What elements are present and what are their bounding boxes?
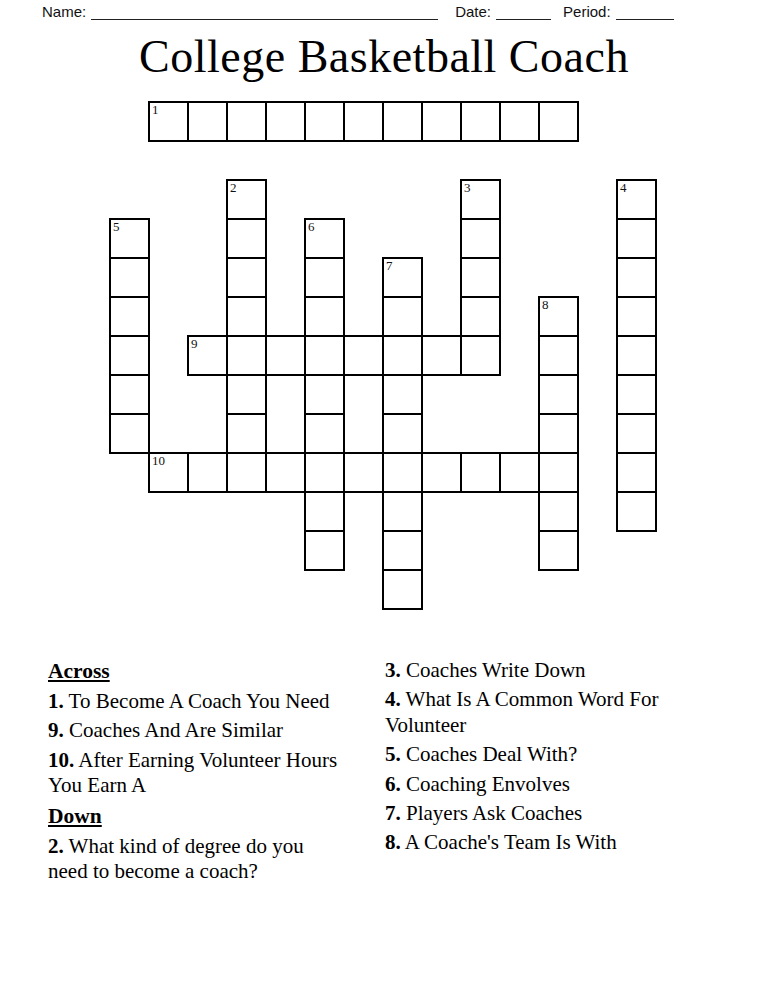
grid-cell-r6c2[interactable]: 9 bbox=[188, 336, 227, 375]
name-blank-line[interactable] bbox=[91, 4, 438, 20]
cell-number-4: 4 bbox=[620, 180, 627, 195]
cell-number-10: 10 bbox=[152, 453, 165, 468]
grid-cell-r8c11[interactable] bbox=[539, 414, 578, 453]
clue-number-label: 8. bbox=[385, 830, 401, 854]
grid-cell-r4c5[interactable] bbox=[305, 258, 344, 297]
grid-cell-r5c9[interactable] bbox=[461, 297, 500, 336]
grid-cell-r5c11[interactable]: 8 bbox=[539, 297, 578, 336]
cell-number-6: 6 bbox=[308, 219, 315, 234]
grid-cell-r9c10[interactable] bbox=[500, 453, 539, 492]
across-clues-list: 1. To Become A Coach You Need9. Coaches … bbox=[48, 689, 346, 799]
grid-cell-r6c7[interactable] bbox=[383, 336, 422, 375]
grid-cell-r5c0[interactable] bbox=[110, 297, 149, 336]
date-label: Date: bbox=[455, 3, 491, 20]
grid-cell-r7c7[interactable] bbox=[383, 375, 422, 414]
cell-number-9: 9 bbox=[191, 336, 198, 351]
grid-cell-r0c6[interactable] bbox=[344, 102, 383, 141]
clue-down-8: 8. A Coache's Team Is With bbox=[385, 830, 661, 855]
down-heading: Down bbox=[48, 803, 346, 829]
grid-cell-r9c1[interactable]: 10 bbox=[149, 453, 188, 492]
grid-cell-r5c13[interactable] bbox=[617, 297, 656, 336]
clue-across-1: 1. To Become A Coach You Need bbox=[48, 689, 346, 714]
grid-cell-r2c3[interactable]: 2 bbox=[227, 180, 266, 219]
clue-number-label: 10. bbox=[48, 748, 74, 772]
clue-number-label: 6. bbox=[385, 772, 401, 796]
clue-across-9: 9. Coaches And Are Similar bbox=[48, 718, 346, 743]
cell-number-3: 3 bbox=[464, 180, 471, 195]
name-label: Name: bbox=[42, 3, 86, 20]
grid-cell-r12c7[interactable] bbox=[383, 570, 422, 609]
clue-number-label: 2. bbox=[48, 834, 64, 858]
grid-cell-r6c6[interactable] bbox=[344, 336, 383, 375]
grid-cell-r11c11[interactable] bbox=[539, 531, 578, 570]
grid-cell-r9c13[interactable] bbox=[617, 453, 656, 492]
clues-column-left: Across 1. To Become A Coach You Need9. C… bbox=[48, 658, 346, 888]
grid-cell-r3c0[interactable]: 5 bbox=[110, 219, 149, 258]
grid-cell-r6c8[interactable] bbox=[422, 336, 461, 375]
grid-cell-r4c3[interactable] bbox=[227, 258, 266, 297]
puzzle-title: College Basketball Coach bbox=[0, 32, 768, 83]
clue-across-10: 10. After Earning Volunteer Hours You Ea… bbox=[48, 748, 346, 799]
grid-cell-r7c0[interactable] bbox=[110, 375, 149, 414]
period-label: Period: bbox=[563, 3, 611, 20]
grid-cell-r0c7[interactable] bbox=[383, 102, 422, 141]
grid-cell-r3c3[interactable] bbox=[227, 219, 266, 258]
grid-cell-r2c13[interactable]: 4 bbox=[617, 180, 656, 219]
grid-cell-r7c11[interactable] bbox=[539, 375, 578, 414]
grid-cell-r8c5[interactable] bbox=[305, 414, 344, 453]
grid-cell-r2c9[interactable]: 3 bbox=[461, 180, 500, 219]
crossword-worksheet-page: Name: Date: Period: College Basketball C… bbox=[0, 0, 768, 994]
period-blank-line[interactable] bbox=[616, 4, 674, 20]
grid-cell-r6c5[interactable] bbox=[305, 336, 344, 375]
grid-cell-r3c5[interactable]: 6 bbox=[305, 219, 344, 258]
clue-number-label: 9. bbox=[48, 718, 64, 742]
worksheet-header: Name: Date: Period: bbox=[42, 3, 674, 20]
grid-cell-r0c4[interactable] bbox=[266, 102, 305, 141]
grid-cell-r0c2[interactable] bbox=[188, 102, 227, 141]
grid-cell-r10c5[interactable] bbox=[305, 492, 344, 531]
clues-section: Across 1. To Become A Coach You Need9. C… bbox=[48, 658, 661, 888]
grid-cell-r9c6[interactable] bbox=[344, 453, 383, 492]
clue-down-7: 7. Players Ask Coaches bbox=[385, 801, 661, 826]
grid-cell-r9c8[interactable] bbox=[422, 453, 461, 492]
grid-cell-r10c13[interactable] bbox=[617, 492, 656, 531]
clue-number-label: 5. bbox=[385, 742, 401, 766]
grid-cell-r6c9[interactable] bbox=[461, 336, 500, 375]
grid-cell-r4c13[interactable] bbox=[617, 258, 656, 297]
grid-cell-r4c7[interactable]: 7 bbox=[383, 258, 422, 297]
grid-cell-r7c13[interactable] bbox=[617, 375, 656, 414]
grid-cell-r5c5[interactable] bbox=[305, 297, 344, 336]
date-blank-line[interactable] bbox=[496, 4, 551, 20]
grid-cell-r5c7[interactable] bbox=[383, 297, 422, 336]
grid-cell-r9c7[interactable] bbox=[383, 453, 422, 492]
grid-cell-r0c5[interactable] bbox=[305, 102, 344, 141]
clues-column-right: 3. Coaches Write Down4. What Is A Common… bbox=[385, 658, 661, 860]
grid-cell-r9c3[interactable] bbox=[227, 453, 266, 492]
grid-cell-r8c7[interactable] bbox=[383, 414, 422, 453]
clue-number-label: 7. bbox=[385, 801, 401, 825]
grid-cell-r3c13[interactable] bbox=[617, 219, 656, 258]
grid-cell-r4c9[interactable] bbox=[461, 258, 500, 297]
grid-cell-r9c11[interactable] bbox=[539, 453, 578, 492]
grid-cell-r5c3[interactable] bbox=[227, 297, 266, 336]
grid-cell-r0c3[interactable] bbox=[227, 102, 266, 141]
grid-cell-r0c11[interactable] bbox=[539, 102, 578, 141]
grid-cell-r8c0[interactable] bbox=[110, 414, 149, 453]
grid-cell-r8c3[interactable] bbox=[227, 414, 266, 453]
cell-number-7: 7 bbox=[386, 258, 393, 273]
clue-down-3: 3. Coaches Write Down bbox=[385, 658, 661, 683]
grid-cell-r3c9[interactable] bbox=[461, 219, 500, 258]
grid-cell-r6c13[interactable] bbox=[617, 336, 656, 375]
down-clues-list-right: 3. Coaches Write Down4. What Is A Common… bbox=[385, 658, 661, 856]
grid-cell-r10c11[interactable] bbox=[539, 492, 578, 531]
grid-cell-r10c7[interactable] bbox=[383, 492, 422, 531]
cell-number-5: 5 bbox=[113, 219, 120, 234]
clue-number-label: 4. bbox=[385, 687, 401, 711]
clue-down-2: 2. What kind of degree do you need to be… bbox=[48, 834, 346, 885]
grid-cell-r6c11[interactable] bbox=[539, 336, 578, 375]
grid-cell-r9c4[interactable] bbox=[266, 453, 305, 492]
grid-cell-r7c3[interactable] bbox=[227, 375, 266, 414]
grid-cell-r9c5[interactable] bbox=[305, 453, 344, 492]
grid-cell-r6c4[interactable] bbox=[266, 336, 305, 375]
grid-cell-r11c5[interactable] bbox=[305, 531, 344, 570]
grid-cell-r4c0[interactable] bbox=[110, 258, 149, 297]
clue-down-4: 4. What Is A Common Word For Volunteer bbox=[385, 687, 661, 738]
grid-cell-r9c9[interactable] bbox=[461, 453, 500, 492]
crossword-grid: 12345678910 bbox=[110, 102, 656, 609]
down-clues-list-left: 2. What kind of degree do you need to be… bbox=[48, 834, 346, 885]
cell-number-8: 8 bbox=[542, 297, 549, 312]
grid-cell-r7c5[interactable] bbox=[305, 375, 344, 414]
grid-cell-r0c1[interactable]: 1 bbox=[149, 102, 188, 141]
grid-cell-r6c3[interactable] bbox=[227, 336, 266, 375]
grid-cell-r6c0[interactable] bbox=[110, 336, 149, 375]
clue-number-label: 1. bbox=[48, 689, 64, 713]
clue-number-label: 3. bbox=[385, 658, 401, 682]
grid-cell-r0c8[interactable] bbox=[422, 102, 461, 141]
across-heading: Across bbox=[48, 658, 346, 684]
cell-number-2: 2 bbox=[230, 180, 237, 195]
clue-down-6: 6. Coaching Envolves bbox=[385, 772, 661, 797]
grid-cell-r0c10[interactable] bbox=[500, 102, 539, 141]
grid-cell-r8c13[interactable] bbox=[617, 414, 656, 453]
grid-cell-r9c2[interactable] bbox=[188, 453, 227, 492]
grid-cell-r11c7[interactable] bbox=[383, 531, 422, 570]
clue-down-5: 5. Coaches Deal With? bbox=[385, 742, 661, 767]
cell-number-1: 1 bbox=[152, 102, 159, 117]
grid-cell-r0c9[interactable] bbox=[461, 102, 500, 141]
